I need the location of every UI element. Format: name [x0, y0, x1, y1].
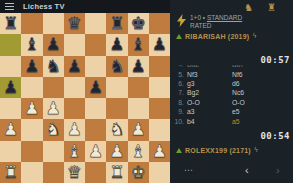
square-d7 — [64, 34, 85, 55]
black-pawn-a5: ♟ — [3, 77, 18, 98]
player-bottom-row[interactable]: ROLEXX199 (2171) ϟ — [176, 146, 258, 154]
white-pawn-f2: ♟ — [109, 141, 124, 162]
black-pawn-h7: ♟ — [152, 34, 167, 55]
black-move[interactable]: a5 — [232, 118, 240, 125]
chess-piece-icon-1[interactable]: ♞ — [244, 2, 253, 13]
move-number: 4. — [170, 65, 184, 68]
white-move[interactable]: b4 — [187, 118, 232, 125]
black-bishop-g7: ♝ — [131, 34, 146, 55]
square-b6: ♟ — [21, 56, 42, 77]
white-move[interactable]: a3 — [187, 108, 232, 115]
black-move[interactable]: d6 — [232, 80, 240, 87]
square-a5: ♟ — [0, 77, 21, 98]
move-row-5: 5.Nf3Nf6 — [170, 69, 280, 78]
chess-board: ♜♛♜♚♝♟♟♝♟♟♞♟♞♟♟♟♟♟♟♞♟♞♟♝♟♟♝♟♜♛♜♚ — [0, 13, 170, 183]
square-b7: ♝ — [21, 34, 42, 55]
black-pawn-f7: ♟ — [109, 34, 124, 55]
square-b5 — [21, 77, 42, 98]
square-d3: ♟ — [64, 119, 85, 140]
black-rook-a8: ♜ — [3, 13, 18, 34]
next-move-button[interactable]: › — [276, 164, 280, 176]
white-queen-d1: ♛ — [67, 162, 82, 183]
black-move[interactable]: O-O — [232, 99, 245, 106]
square-h5 — [149, 77, 170, 98]
move-number: 7. — [170, 89, 184, 96]
hamburger-menu-icon[interactable] — [5, 3, 14, 10]
lichess-tv-app: Lichess TV ♜♛♜♚♝♟♟♝♟♟♞♟♞♟♟♟♟♟♟♞♟♞♟♝♟♟♝♟♜… — [0, 0, 293, 183]
square-h6 — [149, 56, 170, 77]
square-b3 — [21, 119, 42, 140]
white-pawn-c4: ♟ — [46, 98, 61, 119]
move-row-6: 6.g3d6 — [170, 79, 280, 88]
square-e8 — [85, 13, 106, 34]
perf-flash-icon: ϟ — [254, 146, 259, 154]
square-d5 — [64, 77, 85, 98]
square-h4 — [149, 98, 170, 119]
square-f2: ♟ — [106, 141, 127, 162]
move-number: 6. — [170, 80, 184, 87]
square-d8: ♛ — [64, 13, 85, 34]
black-move[interactable]: Nc6 — [232, 89, 244, 96]
square-c5 — [43, 77, 64, 98]
white-pawn-h2: ♟ — [152, 141, 167, 162]
square-a2 — [0, 141, 21, 162]
online-arrow-icon — [176, 148, 182, 153]
time-control-label: 1+0 • — [190, 14, 207, 21]
square-e5: ♟ — [85, 77, 106, 98]
replay-controls: ⋯ ‹ › — [170, 165, 293, 179]
black-rook-f8: ♜ — [109, 13, 124, 34]
square-c3: ♞ — [43, 119, 64, 140]
black-bishop-b7: ♝ — [24, 34, 39, 55]
move-row-9: 9.a3e5 — [170, 107, 280, 116]
move-number: 5. — [170, 71, 184, 78]
square-b4: ♟ — [21, 98, 42, 119]
black-pawn-g6: ♟ — [131, 56, 146, 77]
square-h3 — [149, 119, 170, 140]
square-e7 — [85, 34, 106, 55]
white-pawn-e2: ♟ — [88, 141, 103, 162]
square-g4 — [128, 98, 149, 119]
black-king-g8: ♚ — [131, 13, 146, 34]
move-row-10: 10.b4a5 — [170, 116, 280, 125]
square-f5 — [106, 77, 127, 98]
player-top-name: RIBARISAH (2019) — [185, 33, 249, 40]
square-c8 — [43, 13, 64, 34]
square-g5 — [128, 77, 149, 98]
white-pawn-a3: ♟ — [3, 119, 18, 140]
rated-label: RATED — [190, 22, 242, 30]
square-e3 — [85, 119, 106, 140]
square-g2: ♝ — [128, 141, 149, 162]
variant-link[interactable]: STANDARD — [207, 14, 242, 21]
square-b8 — [21, 13, 42, 34]
white-move[interactable]: Nf3 — [187, 71, 232, 78]
square-a6 — [0, 56, 21, 77]
square-c4: ♟ — [43, 98, 64, 119]
player-bottom-name: ROLEXX199 (2171) — [185, 147, 251, 154]
square-f6: ♞ — [106, 56, 127, 77]
square-h1 — [149, 162, 170, 183]
black-knight-f6: ♞ — [109, 56, 124, 77]
move-number: 8. — [170, 99, 184, 106]
square-c7: ♟ — [43, 34, 64, 55]
white-knight-f3: ♞ — [109, 119, 124, 140]
square-g6: ♟ — [128, 56, 149, 77]
square-g3: ♟ — [128, 119, 149, 140]
square-e2: ♟ — [85, 141, 106, 162]
white-move[interactable]: g3 — [187, 80, 232, 87]
white-pawn-g3: ♟ — [131, 119, 146, 140]
online-arrow-icon — [176, 34, 182, 39]
square-f4 — [106, 98, 127, 119]
black-knight-c6: ♞ — [46, 56, 61, 77]
square-e6 — [85, 56, 106, 77]
black-pawn-b6: ♟ — [24, 56, 39, 77]
square-f1: ♜ — [106, 162, 127, 183]
player-top-row[interactable]: RIBARISAH (2019) ϟ — [176, 32, 257, 40]
square-c1 — [43, 162, 64, 183]
move-row-4: 4.Bd2Bb7 — [170, 65, 280, 69]
white-bishop-d2: ♝ — [67, 141, 82, 162]
black-pawn-c7: ♟ — [46, 34, 61, 55]
previous-move-button[interactable]: ‹ — [245, 164, 249, 176]
white-knight-c3: ♞ — [46, 119, 61, 140]
black-pawn-d6: ♟ — [67, 56, 82, 77]
square-d2: ♝ — [64, 141, 85, 162]
square-e1 — [85, 162, 106, 183]
square-c6: ♞ — [43, 56, 64, 77]
square-d6: ♟ — [64, 56, 85, 77]
square-g1: ♚ — [128, 162, 149, 183]
move-number: 9. — [170, 108, 184, 115]
square-a8: ♜ — [0, 13, 21, 34]
square-f7: ♟ — [106, 34, 127, 55]
square-b1 — [21, 162, 42, 183]
panel-top-icons: ♞ ♜ — [244, 2, 276, 13]
square-f8: ♜ — [106, 13, 127, 34]
move-number: 10. — [170, 118, 184, 125]
white-move[interactable]: Bg2 — [187, 89, 232, 96]
white-pawn-d3: ♟ — [67, 119, 82, 140]
square-a4 — [0, 98, 21, 119]
white-pawn-b4: ♟ — [24, 98, 39, 119]
square-d4 — [64, 98, 85, 119]
square-d1: ♛ — [64, 162, 85, 183]
square-h2: ♟ — [149, 141, 170, 162]
square-a1: ♜ — [0, 162, 21, 183]
white-rook-a1: ♜ — [3, 162, 18, 183]
square-b2 — [21, 141, 42, 162]
white-bishop-g2: ♝ — [131, 141, 146, 162]
move-row-8: 8.O-OO-O — [170, 98, 280, 107]
game-side-panel: ♞ ♜ 1+0 • STANDARD RATED RIBARISAH (2019… — [170, 0, 293, 183]
square-c2 — [43, 141, 64, 162]
black-move[interactable]: Nf6 — [232, 71, 243, 78]
clock-bottom: 00:54 — [260, 131, 290, 141]
square-f3: ♞ — [106, 119, 127, 140]
bullet-lightning-icon — [176, 14, 187, 27]
black-queen-d8: ♛ — [67, 13, 82, 34]
white-king-g1: ♚ — [131, 162, 146, 183]
square-e4 — [85, 98, 106, 119]
square-h7: ♟ — [149, 34, 170, 55]
game-info: 1+0 • STANDARD RATED — [190, 14, 242, 30]
black-move[interactable]: e5 — [232, 108, 240, 115]
move-row-7: 7.Bg2Nc6 — [170, 88, 280, 97]
white-move[interactable]: Bd2 — [187, 65, 232, 68]
page-title: Lichess TV — [23, 2, 65, 11]
clock-top: 00:57 — [260, 55, 290, 65]
black-pawn-e5: ♟ — [88, 77, 103, 98]
square-g7: ♝ — [128, 34, 149, 55]
move-list: 4.Bd2Bb75.Nf3Nf66.g3d67.Bg2Nc68.O-OO-O9.… — [170, 65, 280, 130]
perf-flash-icon: ϟ — [252, 32, 257, 40]
more-options-button[interactable]: ⋯ — [184, 165, 194, 175]
white-move[interactable]: O-O — [187, 99, 232, 106]
square-a7 — [0, 34, 21, 55]
white-rook-f1: ♜ — [109, 162, 124, 183]
square-a3: ♟ — [0, 119, 21, 140]
black-move[interactable]: Bb7 — [232, 65, 244, 68]
square-g8: ♚ — [128, 13, 149, 34]
square-h8 — [149, 13, 170, 34]
chess-piece-icon-2[interactable]: ♜ — [267, 2, 276, 13]
